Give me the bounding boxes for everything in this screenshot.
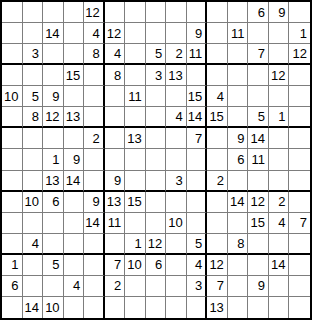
cell-r11c7-empty[interactable] [125, 213, 146, 234]
cell-r4c13-empty[interactable] [248, 65, 269, 86]
cell-r13c5-empty[interactable] [84, 255, 105, 276]
cell-r11c4-empty[interactable] [64, 213, 85, 234]
cell-r7c13-given: 14 [248, 128, 269, 149]
cell-r9c13-empty[interactable] [248, 171, 269, 192]
cell-r6c2-given: 8 [23, 107, 44, 128]
cell-r10c1-empty[interactable] [2, 192, 23, 213]
cell-r7c2-empty[interactable] [23, 128, 44, 149]
cell-r6c8-empty[interactable] [146, 107, 167, 128]
cell-r11c13-given: 15 [248, 213, 269, 234]
cell-r10c10-empty[interactable] [187, 192, 208, 213]
cell-r13c12-empty[interactable] [228, 255, 249, 276]
cell-r10c13-given: 12 [248, 192, 269, 213]
cell-r2c9-empty[interactable] [166, 23, 187, 44]
cell-r13c15-empty[interactable] [289, 255, 310, 276]
cell-r15c15-empty[interactable] [289, 297, 310, 318]
cell-r13c7-given: 10 [125, 255, 146, 276]
cell-r8c13-given: 11 [248, 149, 269, 170]
cell-r2c7-empty[interactable] [125, 23, 146, 44]
cell-r13c4-empty[interactable] [64, 255, 85, 276]
cell-r2c8-empty[interactable] [146, 23, 167, 44]
cell-r10c5-given: 9 [84, 192, 105, 213]
cell-r13c14-given: 14 [269, 255, 290, 276]
cell-r15c8-empty[interactable] [146, 297, 167, 318]
cell-r4c8-given: 3 [146, 65, 167, 86]
cell-r1c2-empty[interactable] [23, 2, 44, 23]
cell-r3c13-given: 7 [248, 44, 269, 65]
cell-r10c2-given: 10 [23, 192, 44, 213]
cell-r15c6-empty[interactable] [105, 297, 126, 318]
cell-r13c2-empty[interactable] [23, 255, 44, 276]
cell-r4c2-empty[interactable] [23, 65, 44, 86]
cell-r6c7-empty[interactable] [125, 107, 146, 128]
cell-r5c13-empty[interactable] [248, 86, 269, 107]
cell-r15c13-empty[interactable] [248, 297, 269, 318]
cell-r1c9-empty[interactable] [166, 2, 187, 23]
cell-r10c3-given: 6 [43, 192, 64, 213]
cell-r1c12-empty[interactable] [228, 2, 249, 23]
cell-r7c10-given: 7 [187, 128, 208, 149]
cell-r3c15-given: 12 [289, 44, 310, 65]
cell-r8c6-empty[interactable] [105, 149, 126, 170]
cell-r2c10-given: 9 [187, 23, 208, 44]
cell-r14c3-empty[interactable] [43, 276, 64, 297]
cell-r6c1-empty[interactable] [2, 107, 23, 128]
cell-r11c5-given: 14 [84, 213, 105, 234]
cell-r3c11-empty[interactable] [207, 44, 228, 65]
cell-r6c9-given: 4 [166, 107, 187, 128]
cell-r2c4-empty[interactable] [64, 23, 85, 44]
cell-r3c5-given: 8 [84, 44, 105, 65]
cell-r7c5-given: 2 [84, 128, 105, 149]
cell-r14c15-empty[interactable] [289, 276, 310, 297]
cell-r10c11-empty[interactable] [207, 192, 228, 213]
cell-r2c3-given: 14 [43, 23, 64, 44]
cell-r8c5-empty[interactable] [84, 149, 105, 170]
cell-r15c14-empty[interactable] [269, 297, 290, 318]
cell-r15c5-empty[interactable] [84, 297, 105, 318]
cell-r13c10-given: 4 [187, 255, 208, 276]
cell-r6c5-empty[interactable] [84, 107, 105, 128]
cell-r1c10-empty[interactable] [187, 2, 208, 23]
cell-r4c15-empty[interactable] [289, 65, 310, 86]
cell-r1c4-empty[interactable] [64, 2, 85, 23]
cell-r5c9-empty[interactable] [166, 86, 187, 107]
cell-r8c2-empty[interactable] [23, 149, 44, 170]
cell-r15c12-empty[interactable] [228, 297, 249, 318]
cell-r10c15-empty[interactable] [289, 192, 310, 213]
cell-r13c1-given: 1 [2, 255, 23, 276]
cell-r3c6-given: 4 [105, 44, 126, 65]
cell-r4c12-empty[interactable] [228, 65, 249, 86]
cell-r9c9-given: 3 [166, 171, 187, 192]
cell-r12c13-empty[interactable] [248, 234, 269, 255]
cell-r1c7-empty[interactable] [125, 2, 146, 23]
cell-r12c5-empty[interactable] [84, 234, 105, 255]
cell-r5c15-empty[interactable] [289, 86, 310, 107]
cell-r8c9-empty[interactable] [166, 149, 187, 170]
cell-r9c10-empty[interactable] [187, 171, 208, 192]
cell-r13c3-given: 5 [43, 255, 64, 276]
cell-r4c4-given: 15 [64, 65, 85, 86]
cell-r10c7-given: 15 [125, 192, 146, 213]
cell-r14c14-empty[interactable] [269, 276, 290, 297]
cell-r12c7-given: 1 [125, 234, 146, 255]
cell-r3c10-given: 11 [187, 44, 208, 65]
cell-r8c15-empty[interactable] [289, 149, 310, 170]
cell-r10c9-empty[interactable] [166, 192, 187, 213]
cell-r11c10-empty[interactable] [187, 213, 208, 234]
sudoku-board: 1269144129111384521171215831312105911154… [0, 0, 312, 320]
cell-r9c7-empty[interactable] [125, 171, 146, 192]
cell-r3c4-empty[interactable] [64, 44, 85, 65]
cell-r15c3-given: 10 [43, 297, 64, 318]
cell-r1c3-empty[interactable] [43, 2, 64, 23]
cell-r11c6-given: 11 [105, 213, 126, 234]
cell-r12c15-empty[interactable] [289, 234, 310, 255]
cell-r9c2-empty[interactable] [23, 171, 44, 192]
cell-r1c11-empty[interactable] [207, 2, 228, 23]
cell-r12c6-empty[interactable] [105, 234, 126, 255]
cell-r8c4-given: 9 [64, 149, 85, 170]
cell-r9c5-empty[interactable] [84, 171, 105, 192]
cell-r11c3-empty[interactable] [43, 213, 64, 234]
cell-r6c13-given: 5 [248, 107, 269, 128]
cell-r10c4-empty[interactable] [64, 192, 85, 213]
cell-r2c11-empty[interactable] [207, 23, 228, 44]
cell-r14c12-empty[interactable] [228, 276, 249, 297]
cell-r4c14-given: 12 [269, 65, 290, 86]
cell-r1c8-empty[interactable] [146, 2, 167, 23]
cell-r8c11-empty[interactable] [207, 149, 228, 170]
cell-r5c12-empty[interactable] [228, 86, 249, 107]
cell-r15c11-given: 13 [207, 297, 228, 318]
cell-r15c10-empty[interactable] [187, 297, 208, 318]
cell-r11c9-given: 10 [166, 213, 187, 234]
cell-r8c7-empty[interactable] [125, 149, 146, 170]
cell-r5c3-given: 9 [43, 86, 64, 107]
cell-r11c12-empty[interactable] [228, 213, 249, 234]
cell-r13c13-empty[interactable] [248, 255, 269, 276]
cell-r7c15-empty[interactable] [289, 128, 310, 149]
cell-r14c6-given: 2 [105, 276, 126, 297]
cell-r15c9-empty[interactable] [166, 297, 187, 318]
cell-r3c2-given: 3 [23, 44, 44, 65]
cell-r12c2-given: 4 [23, 234, 44, 255]
cell-r11c8-empty[interactable] [146, 213, 167, 234]
cell-r12c3-empty[interactable] [43, 234, 64, 255]
cell-r7c9-empty[interactable] [166, 128, 187, 149]
cell-r15c2-given: 14 [23, 297, 44, 318]
cell-r14c9-empty[interactable] [166, 276, 187, 297]
cell-r1c14-given: 9 [269, 2, 290, 23]
cell-r9c15-empty[interactable] [289, 171, 310, 192]
cell-r13c6-given: 7 [105, 255, 126, 276]
cell-r11c2-empty[interactable] [23, 213, 44, 234]
cell-r1c5-given: 12 [84, 2, 105, 23]
cell-r9c3-given: 13 [43, 171, 64, 192]
cell-r8c1-empty[interactable] [2, 149, 23, 170]
cell-r14c5-empty[interactable] [84, 276, 105, 297]
cell-r4c10-empty[interactable] [187, 65, 208, 86]
cell-r11c14-given: 4 [269, 213, 290, 234]
cell-r6c6-empty[interactable] [105, 107, 126, 128]
cell-r4c7-empty[interactable] [125, 65, 146, 86]
cell-r13c11-given: 12 [207, 255, 228, 276]
cell-r5c8-empty[interactable] [146, 86, 167, 107]
cell-r14c8-empty[interactable] [146, 276, 167, 297]
cell-r12c1-empty[interactable] [2, 234, 23, 255]
cell-r4c3-empty[interactable] [43, 65, 64, 86]
cell-r14c1-given: 6 [2, 276, 23, 297]
cell-r5c1-given: 10 [2, 86, 23, 107]
cell-r7c8-empty[interactable] [146, 128, 167, 149]
cell-r14c7-empty[interactable] [125, 276, 146, 297]
cell-r15c1-empty[interactable] [2, 297, 23, 318]
cell-r5c2-given: 5 [23, 86, 44, 107]
cell-r3c3-empty[interactable] [43, 44, 64, 65]
cell-r7c3-empty[interactable] [43, 128, 64, 149]
cell-r2c2-empty[interactable] [23, 23, 44, 44]
cell-r3c8-given: 5 [146, 44, 167, 65]
cell-r6c10-given: 14 [187, 107, 208, 128]
cell-r9c12-empty[interactable] [228, 171, 249, 192]
cell-r2c15-given: 1 [289, 23, 310, 44]
cell-r8c14-empty[interactable] [269, 149, 290, 170]
cell-r1c6-empty[interactable] [105, 2, 126, 23]
cell-r6c14-given: 1 [269, 107, 290, 128]
cell-r9c6-given: 9 [105, 171, 126, 192]
cell-r13c9-empty[interactable] [166, 255, 187, 276]
cell-r9c11-given: 2 [207, 171, 228, 192]
cell-r10c6-given: 13 [105, 192, 126, 213]
cell-r6c3-given: 12 [43, 107, 64, 128]
cell-r9c4-given: 14 [64, 171, 85, 192]
cell-r13c8-given: 6 [146, 255, 167, 276]
cell-r6c4-given: 13 [64, 107, 85, 128]
cell-r5c7-given: 11 [125, 86, 146, 107]
cell-r2c12-given: 11 [228, 23, 249, 44]
cell-r11c11-empty[interactable] [207, 213, 228, 234]
cell-r15c4-empty[interactable] [64, 297, 85, 318]
cell-r15c7-empty[interactable] [125, 297, 146, 318]
cell-r2c6-given: 12 [105, 23, 126, 44]
cell-r14c11-given: 7 [207, 276, 228, 297]
cell-r9c14-empty[interactable] [269, 171, 290, 192]
cell-r7c14-empty[interactable] [269, 128, 290, 149]
cell-r4c11-empty[interactable] [207, 65, 228, 86]
cell-r11c1-empty[interactable] [2, 213, 23, 234]
cell-r3c1-empty[interactable] [2, 44, 23, 65]
cell-r3c14-empty[interactable] [269, 44, 290, 65]
cell-r4c9-given: 13 [166, 65, 187, 86]
cell-r5c4-empty[interactable] [64, 86, 85, 107]
cell-r6c12-empty[interactable] [228, 107, 249, 128]
cell-r7c1-empty[interactable] [2, 128, 23, 149]
cell-r7c7-given: 13 [125, 128, 146, 149]
cell-r5c6-empty[interactable] [105, 86, 126, 107]
cell-r6c11-given: 15 [207, 107, 228, 128]
cell-r4c5-empty[interactable] [84, 65, 105, 86]
cell-r10c8-empty[interactable] [146, 192, 167, 213]
cell-r5c11-given: 4 [207, 86, 228, 107]
cell-r8c3-given: 1 [43, 149, 64, 170]
cell-r1c1-empty[interactable] [2, 2, 23, 23]
cell-r7c11-empty[interactable] [207, 128, 228, 149]
cell-r5c10-given: 15 [187, 86, 208, 107]
cell-r2c5-given: 4 [84, 23, 105, 44]
cell-r5c5-empty[interactable] [84, 86, 105, 107]
cell-r1c15-empty[interactable] [289, 2, 310, 23]
cell-r5c14-empty[interactable] [269, 86, 290, 107]
cell-r2c14-empty[interactable] [269, 23, 290, 44]
cell-r14c4-given: 4 [64, 276, 85, 297]
cell-r12c8-given: 12 [146, 234, 167, 255]
cell-r10c14-given: 2 [269, 192, 290, 213]
cell-r14c10-given: 3 [187, 276, 208, 297]
cell-r14c2-empty[interactable] [23, 276, 44, 297]
cell-r12c11-empty[interactable] [207, 234, 228, 255]
cell-r7c12-given: 9 [228, 128, 249, 149]
cell-r3c9-given: 2 [166, 44, 187, 65]
cell-r8c8-empty[interactable] [146, 149, 167, 170]
cell-r12c9-empty[interactable] [166, 234, 187, 255]
cell-r4c6-given: 8 [105, 65, 126, 86]
cell-r2c1-empty[interactable] [2, 23, 23, 44]
cell-r4c1-empty[interactable] [2, 65, 23, 86]
cell-r11c15-given: 7 [289, 213, 310, 234]
cell-r9c8-empty[interactable] [146, 171, 167, 192]
cell-r6c15-empty[interactable] [289, 107, 310, 128]
cell-r8c10-empty[interactable] [187, 149, 208, 170]
cell-r3c7-empty[interactable] [125, 44, 146, 65]
cell-r12c10-given: 5 [187, 234, 208, 255]
cell-r9c1-empty[interactable] [2, 171, 23, 192]
cell-r8c12-given: 6 [228, 149, 249, 170]
cell-r12c12-given: 8 [228, 234, 249, 255]
cell-r14c13-given: 9 [248, 276, 269, 297]
cell-r10c12-given: 14 [228, 192, 249, 213]
cell-r7c4-empty[interactable] [64, 128, 85, 149]
cell-r12c4-empty[interactable] [64, 234, 85, 255]
cell-r12c14-empty[interactable] [269, 234, 290, 255]
cell-r2c13-empty[interactable] [248, 23, 269, 44]
cell-r1c13-given: 6 [248, 2, 269, 23]
cell-r7c6-empty[interactable] [105, 128, 126, 149]
cell-r3c12-empty[interactable] [228, 44, 249, 65]
